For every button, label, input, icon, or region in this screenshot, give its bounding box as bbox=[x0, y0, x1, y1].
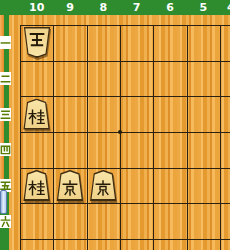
shogi-piece-king[interactable] bbox=[23, 27, 51, 58]
rank-kanji-label bbox=[0, 36, 11, 49]
board-square[interactable] bbox=[187, 168, 220, 204]
board-square[interactable] bbox=[187, 96, 220, 132]
board-square[interactable] bbox=[153, 25, 186, 61]
board-square[interactable] bbox=[120, 25, 153, 61]
file-number-label: 9 bbox=[53, 0, 86, 15]
file-number-label: 8 bbox=[87, 0, 120, 15]
board-square[interactable] bbox=[87, 25, 120, 61]
rank-kanji-label bbox=[0, 143, 11, 156]
board-square[interactable] bbox=[153, 61, 186, 97]
board-square[interactable] bbox=[220, 25, 230, 61]
board-square[interactable] bbox=[187, 239, 220, 250]
file-number-label: 7 bbox=[120, 0, 153, 15]
board-square[interactable] bbox=[220, 239, 230, 250]
board-square[interactable] bbox=[87, 203, 120, 239]
board-square[interactable] bbox=[120, 203, 153, 239]
board-square[interactable] bbox=[220, 168, 230, 204]
board-square[interactable] bbox=[220, 132, 230, 168]
rank-kanji-label bbox=[0, 72, 11, 85]
board-square[interactable] bbox=[220, 203, 230, 239]
board-square[interactable] bbox=[53, 96, 86, 132]
board-square[interactable] bbox=[187, 132, 220, 168]
file-number-label: 6 bbox=[153, 0, 186, 15]
board-square[interactable] bbox=[187, 203, 220, 239]
board-square[interactable] bbox=[53, 132, 86, 168]
board-square[interactable] bbox=[53, 239, 86, 250]
board-square[interactable] bbox=[53, 61, 86, 97]
left-rank-ruler bbox=[0, 15, 9, 250]
star-point bbox=[118, 130, 122, 134]
board-square[interactable] bbox=[187, 61, 220, 97]
rank-kanji-label bbox=[0, 108, 11, 121]
board-square[interactable] bbox=[120, 132, 153, 168]
board-square[interactable] bbox=[53, 25, 86, 61]
board-grid bbox=[20, 25, 230, 250]
board-square[interactable] bbox=[220, 61, 230, 97]
shogi-piece-knight[interactable] bbox=[23, 99, 51, 130]
rank-kanji-label bbox=[0, 215, 11, 228]
board-square[interactable] bbox=[220, 96, 230, 132]
board-square[interactable] bbox=[153, 239, 186, 250]
shogi-piece-kyo[interactable] bbox=[56, 170, 84, 201]
board-square[interactable] bbox=[120, 96, 153, 132]
board-square[interactable] bbox=[20, 132, 53, 168]
board-square[interactable] bbox=[153, 96, 186, 132]
board-square[interactable] bbox=[153, 203, 186, 239]
board-square[interactable] bbox=[20, 61, 53, 97]
board-square[interactable] bbox=[87, 239, 120, 250]
top-file-ruler: 10987654 bbox=[0, 0, 230, 15]
board-square[interactable] bbox=[120, 61, 153, 97]
board-square[interactable] bbox=[87, 96, 120, 132]
file-number-label: 5 bbox=[187, 0, 220, 15]
board-square[interactable] bbox=[187, 25, 220, 61]
board-square[interactable] bbox=[87, 61, 120, 97]
board-square[interactable] bbox=[20, 203, 53, 239]
board-square[interactable] bbox=[53, 203, 86, 239]
file-number-label: 4 bbox=[227, 0, 230, 15]
shogi-piece-knight[interactable] bbox=[23, 170, 51, 201]
shogi-piece-kyo[interactable] bbox=[89, 170, 117, 201]
file-number-label: 10 bbox=[20, 0, 53, 15]
vertical-scrollbar-thumb[interactable] bbox=[0, 190, 7, 214]
board-square[interactable] bbox=[87, 132, 120, 168]
board-square[interactable] bbox=[153, 168, 186, 204]
shogi-board-viewport: 10987654 bbox=[0, 0, 230, 250]
board-square[interactable] bbox=[120, 239, 153, 250]
board-square[interactable] bbox=[120, 168, 153, 204]
board-square[interactable] bbox=[20, 239, 53, 250]
board-square[interactable] bbox=[153, 132, 186, 168]
